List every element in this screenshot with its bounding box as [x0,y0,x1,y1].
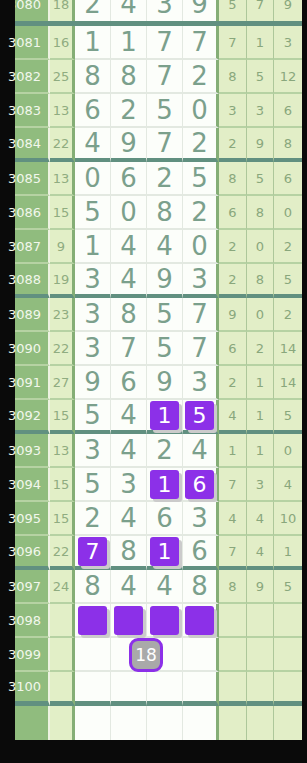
app-screen: 3080182439579308116117771330822588728512… [0,0,307,763]
digit-cell[interactable]: 9 [75,366,111,400]
digit-cell[interactable]: 5 [183,162,219,196]
digit-value: 2 [120,95,137,125]
digit-value: 6 [120,163,137,193]
selected-digit-mark [150,606,179,635]
digit-cell[interactable]: 3 [75,434,111,468]
digit-cell[interactable]: 2 [111,94,147,128]
digit-cell[interactable]: 9 [183,0,219,21]
digit-sum-cell [50,706,75,740]
digit-cell[interactable] [75,638,111,672]
digit-cell[interactable]: 6 [75,94,111,128]
stat-cell: 4 [247,536,274,571]
stat-cell: 0 [274,434,302,468]
digit-value: 7 [191,27,208,57]
digit-value: 4 [120,503,137,533]
digit-value: 3 [84,299,101,329]
stat-cell: 5 [219,0,247,21]
stat-cell [274,638,302,672]
draw-number: 3082 [15,60,50,94]
digit-value: 9 [191,0,208,19]
stat-cell: 5 [247,60,274,94]
digit-value: 1 [84,231,101,261]
digit-cell[interactable] [75,604,111,638]
digit-cell[interactable]: 8 [147,196,183,230]
selected-digit-mark [114,606,143,635]
digit-cell[interactable]: 4 [111,230,147,264]
stat-cell: 8 [219,162,247,196]
digit-value: 2 [191,61,208,91]
digit-sum-cell: 15 [50,196,75,230]
stat-cell: 0 [247,230,274,264]
digit-cell[interactable]: 1 [147,468,183,502]
digit-cell[interactable] [111,604,147,638]
draw-number: 3081 [15,26,50,60]
digit-cell[interactable]: 4 [147,570,183,604]
digit-value: 8 [84,61,101,91]
digit-cell[interactable]: 6 [183,468,219,502]
stat-cell: 4 [247,502,274,536]
stat-cell: 2 [219,264,247,299]
digit-value: 7 [191,333,208,363]
stat-cell: 1 [247,26,274,60]
draw-row: 3088193493285 [15,264,302,298]
draw-row: 3085130625856 [15,162,302,196]
stat-cell: 2 [247,332,274,366]
stat-cell: 3 [219,94,247,128]
draw-number: 3085 [15,162,50,196]
draw-number: 3083 [15,94,50,128]
digit-value: 3 [84,333,101,363]
stat-cell: 7 [219,26,247,60]
stat-cell: 9 [247,570,274,604]
stat-cell: 7 [219,468,247,502]
digit-cell[interactable]: 4 [111,0,147,21]
digit-cell [147,706,183,740]
selected-digit-mark: 1 [150,470,179,499]
digit-cell[interactable]: 3 [75,298,111,332]
digit-cell[interactable]: 1 [147,400,183,435]
draw-number: 3096 [15,536,50,571]
stat-cell: 14 [274,366,302,400]
stat-cell: 4 [219,400,247,435]
digit-value: 3 [191,367,208,397]
digit-cell[interactable]: 3 [111,468,147,502]
stat-cell: 0 [274,196,302,230]
digit-cell[interactable]: 5 [75,468,111,502]
digit-sum-cell: 15 [50,400,75,435]
digit-cell[interactable]: 4 [111,434,147,468]
draw-number: 3091 [15,366,50,400]
digit-cell[interactable]: 7 [75,536,111,571]
stat-cell: 1 [247,400,274,435]
digit-value: 4 [156,231,173,261]
digit-cell[interactable]: 8 [111,60,147,94]
draw-number: 3084 [15,128,50,163]
digit-value: 3 [84,264,101,294]
digit-value: 4 [120,264,137,294]
digit-value: 9 [156,264,173,294]
draw-number: 3098 [15,604,50,638]
digit-value: 5 [156,95,173,125]
draws-table: 3080182439579308116117771330822588728512… [15,0,302,740]
digit-cell[interactable] [183,604,219,638]
stat-cell [219,638,247,672]
digit-value: 3 [84,435,101,465]
digit-cell[interactable]: 8 [75,60,111,94]
digit-cell[interactable]: 9 [147,366,183,400]
digit-cell[interactable]: 9 [147,264,183,299]
digit-cell[interactable]: 2 [147,434,183,468]
digit-sum-cell: 13 [50,434,75,468]
digit-cell[interactable] [111,672,147,706]
stat-cell: 1 [219,434,247,468]
digit-cell[interactable]: 5 [147,94,183,128]
digit-value: 2 [84,503,101,533]
digit-value: 0 [191,231,208,261]
digit-value: 7 [191,299,208,329]
digit-cell[interactable]: 2 [183,128,219,163]
digit-sum-cell: 27 [50,366,75,400]
stat-cell: 1 [247,366,274,400]
stat-cell [247,672,274,706]
digit-cell[interactable]: 2 [75,502,111,536]
digit-cell[interactable]: 5 [75,196,111,230]
digit-cell[interactable]: 4 [183,434,219,468]
digit-value: 0 [191,95,208,125]
digit-value: 4 [120,400,137,430]
stat-cell: 4 [274,468,302,502]
digit-value: 9 [120,128,137,158]
digit-cell[interactable]: 7 [111,332,147,366]
draw-number: 3097 [15,570,50,604]
digit-cell[interactable]: 3 [147,0,183,21]
stat-cell: 5 [247,162,274,196]
digit-value: 4 [156,571,173,601]
digit-sum-cell: 9 [50,230,75,264]
digit-cell[interactable]: 5 [183,400,219,435]
digit-cell [183,706,219,740]
digit-cell[interactable]: 4 [111,502,147,536]
digit-cell[interactable]: 3 [75,332,111,366]
draw-number: 3099 [15,638,50,672]
digit-cell[interactable] [147,604,183,638]
digit-value: 3 [191,264,208,294]
digit-cell[interactable]: 4 [147,230,183,264]
digit-cell[interactable]: 6 [183,536,219,571]
digit-value: 6 [84,95,101,125]
draw-row: 30822588728512 [15,60,302,94]
digit-value: 4 [120,0,137,19]
draw-number: 3093 [15,434,50,468]
digit-value: 3 [191,503,208,533]
stat-cell: 8 [274,128,302,163]
stat-cell: 2 [274,230,302,264]
draw-row: 3096227816741 [15,536,302,570]
stat-cell: 10 [274,502,302,536]
digit-value: 8 [191,571,208,601]
digit-value: 8 [84,571,101,601]
stat-cell: 7 [219,536,247,571]
digit-sum-cell: 22 [50,536,75,571]
stat-cell: 8 [219,570,247,604]
draw-row: 30902237576214 [15,332,302,366]
digit-value: 5 [156,299,173,329]
stat-cell: 3 [274,26,302,60]
draw-number: 3088 [15,264,50,299]
draw-number: 3094 [15,468,50,502]
stat-cell: 5 [274,264,302,299]
digit-cell[interactable]: 4 [111,264,147,299]
digit-cell[interactable]: 4 [111,400,147,435]
digit-value: 3 [120,469,137,499]
stat-cell [274,672,302,706]
digit-sum-cell: 16 [50,26,75,60]
stat-cell: 9 [219,298,247,332]
digit-value: 7 [156,61,173,91]
stat-cell: 3 [247,468,274,502]
digit-sum-cell: 19 [50,264,75,299]
partial-bottom-row [15,706,302,740]
digit-cell[interactable]: 0 [111,196,147,230]
stat-cell: 5 [274,570,302,604]
digit-sum-cell [50,604,75,638]
digit-sum-cell [50,672,75,706]
draw-number: 3090 [15,332,50,366]
digit-cell[interactable]: 2 [183,196,219,230]
draw-row: 3084224972298 [15,128,302,162]
draw-number: 3095 [15,502,50,536]
digit-cell[interactable]: 6 [147,502,183,536]
digit-cell[interactable]: 7 [147,128,183,163]
digit-value: 4 [191,435,208,465]
digit-cell[interactable]: 5 [75,400,111,435]
digit-value: 2 [84,0,101,19]
stat-cell: 8 [219,60,247,94]
selected-digit-mark: 5 [185,401,214,430]
digit-cell[interactable]: 4 [75,128,111,163]
digit-value: 2 [156,163,173,193]
digit-cell[interactable]: 3 [183,502,219,536]
draw-row: 3089233857902 [15,298,302,332]
stat-cell: 8 [247,196,274,230]
digit-value: 3 [156,0,173,19]
draw-row: 3093133424110 [15,434,302,468]
digit-value: 8 [120,536,137,566]
digit-sum-cell: 15 [50,502,75,536]
digit-cell[interactable]: 3 [75,264,111,299]
stat-cell: 12 [274,60,302,94]
digit-value: 5 [84,469,101,499]
digit-value: 4 [120,231,137,261]
digit-sum-cell: 22 [50,128,75,163]
stat-cell: 2 [219,366,247,400]
digit-cell [75,706,111,740]
draw-row: 3081161177713 [15,26,302,60]
digit-value: 5 [156,333,173,363]
draw-row: 3097248448895 [15,570,302,604]
draw-row: 3098 [15,604,302,638]
digit-cell [111,706,147,740]
digit-value: 4 [84,128,101,158]
digit-value: 9 [84,367,101,397]
stat-cell: 7 [247,0,274,21]
digit-cell[interactable]: 0 [75,162,111,196]
stat-cell [219,706,247,740]
digit-sum-cell: 15 [50,468,75,502]
stat-cell: 6 [274,162,302,196]
digit-value: 4 [120,435,137,465]
stat-cell: 6 [219,196,247,230]
stat-cell [274,604,302,638]
selected-digit-mark [185,606,214,635]
sum-marker-badge: 18 [129,638,163,672]
digit-cell[interactable]: 3 [183,366,219,400]
stat-cell [247,604,274,638]
digit-sum-cell: 24 [50,570,75,604]
digit-cell[interactable]: 5 [147,332,183,366]
digit-value: 0 [120,197,137,227]
digit-cell[interactable]: 1 [147,536,183,571]
digit-value: 5 [84,197,101,227]
digit-value: 9 [156,367,173,397]
stat-cell: 2 [219,128,247,163]
selected-digit-mark: 1 [150,401,179,430]
draw-row: 308791440202 [15,230,302,264]
digit-cell[interactable]: 7 [147,60,183,94]
digit-cell[interactable]: 0 [183,230,219,264]
digit-cell[interactable]: 9 [111,128,147,163]
draw-number: 3080 [15,0,50,21]
stat-cell [219,672,247,706]
draw-number [15,706,50,740]
digit-value: 8 [120,61,137,91]
digit-value: 2 [191,128,208,158]
stat-cell: 3 [247,94,274,128]
digit-value: 5 [191,163,208,193]
digit-value: 4 [120,571,137,601]
digit-cell[interactable]: 3 [183,264,219,299]
stat-cell: 2 [219,230,247,264]
digit-sum-cell: 25 [50,60,75,94]
draw-row: 30951524634410 [15,502,302,536]
draw-number: 3087 [15,230,50,264]
draw-row: 3080182439579 [15,0,302,21]
stat-cell [274,706,302,740]
digit-cell[interactable]: 1 [111,26,147,60]
stat-cell: 4 [219,502,247,536]
stat-cell: 5 [274,400,302,435]
digit-value: 6 [191,536,208,566]
digit-cell[interactable]: 5 [147,298,183,332]
digit-value: 6 [120,367,137,397]
selected-digit-mark [78,606,107,635]
digit-cell[interactable] [147,672,183,706]
stat-cell: 9 [247,128,274,163]
digit-cell[interactable]: 7 [183,298,219,332]
stat-cell: 9 [274,0,302,21]
digit-value: 2 [156,435,173,465]
digit-value: 2 [191,197,208,227]
stat-cell: 2 [274,298,302,332]
stat-cell: 1 [247,434,274,468]
selected-digit-mark: 6 [185,470,214,499]
draw-row: 3086155082680 [15,196,302,230]
stat-cell [219,604,247,638]
digit-sum-cell: 23 [50,298,75,332]
digit-cell[interactable]: 0 [183,94,219,128]
digit-sum-cell: 13 [50,94,75,128]
digit-cell[interactable] [183,638,219,672]
digit-cell[interactable] [75,672,111,706]
draw-row: 309918 [15,638,302,672]
stat-cell: 0 [247,298,274,332]
stat-cell: 1 [274,536,302,571]
draw-row: 3094155316734 [15,468,302,502]
stat-cell: 8 [247,264,274,299]
digit-cell[interactable]: 1 [75,26,111,60]
draw-row: 30912796932114 [15,366,302,400]
digit-value: 7 [120,333,137,363]
digit-cell[interactable]: 7 [183,26,219,60]
digit-cell[interactable]: 8 [111,298,147,332]
digit-cell[interactable]: 7 [147,26,183,60]
digit-sum-cell [50,638,75,672]
stat-cell: 6 [274,94,302,128]
selected-digit-mark: 7 [78,537,107,566]
digit-value: 1 [120,27,137,57]
digit-cell[interactable]: 8 [111,536,147,571]
digit-cell[interactable]: 2 [183,60,219,94]
digit-cell[interactable]: 4 [111,570,147,604]
digit-cell[interactable]: 6 [111,162,147,196]
digit-value: 7 [156,27,173,57]
digit-sum-cell: 22 [50,332,75,366]
digit-cell[interactable]: 1 [75,230,111,264]
digit-cell[interactable]: 6 [111,366,147,400]
selected-digit-mark: 1 [150,537,179,566]
digit-value: 7 [156,128,173,158]
digit-cell[interactable]: 8 [75,570,111,604]
draw-number: 3100 [15,672,50,706]
draw-row: 3092155415415 [15,400,302,434]
digit-value: 1 [84,27,101,57]
draw-number: 3092 [15,400,50,435]
digit-sum-cell: 18 [50,0,75,21]
stat-cell [247,638,274,672]
digit-value: 0 [84,163,101,193]
stat-cell: 14 [274,332,302,366]
digit-cell[interactable]: 7 [183,332,219,366]
digit-sum-cell: 13 [50,162,75,196]
digit-cell[interactable]: 2 [147,162,183,196]
digit-value: 6 [156,503,173,533]
digit-cell[interactable]: 8 [183,570,219,604]
digit-value: 8 [156,197,173,227]
draw-row: 3100 [15,672,302,706]
draw-row: 3083136250336 [15,94,302,128]
draw-number: 3089 [15,298,50,332]
stat-cell [247,706,274,740]
draw-number: 3086 [15,196,50,230]
digit-cell[interactable]: 2 [75,0,111,21]
clipped-top-row: 3080182439579 [15,0,302,26]
stat-cell: 6 [219,332,247,366]
digit-value: 5 [84,400,101,430]
digit-cell[interactable] [183,672,219,706]
digit-value: 8 [120,299,137,329]
